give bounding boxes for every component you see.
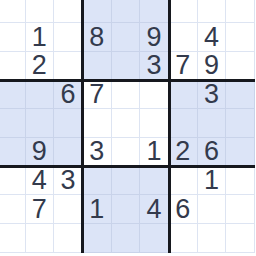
cell-r4c4[interactable]: 7 <box>83 81 112 110</box>
cell-r2c8[interactable]: 4 <box>198 23 227 52</box>
cell-r6c8[interactable]: 6 <box>198 138 227 167</box>
cell-r9c7[interactable] <box>169 224 198 253</box>
cell-r8c9[interactable] <box>226 195 255 224</box>
cell-r1c5[interactable] <box>112 0 141 23</box>
cell-r7c5[interactable] <box>112 167 141 196</box>
cell-r3c3[interactable] <box>54 52 83 81</box>
cell-r9c8[interactable] <box>198 224 227 253</box>
cell-r4c2[interactable] <box>26 81 55 110</box>
cell-r9c1[interactable] <box>0 224 26 253</box>
cell-r9c9[interactable] <box>226 224 255 253</box>
cell-r4c8[interactable]: 3 <box>198 81 227 110</box>
cell-r3c4[interactable] <box>83 52 112 81</box>
cell-r1c3[interactable] <box>54 0 83 23</box>
cell-r4c6[interactable] <box>140 81 169 110</box>
cell-r4c5[interactable] <box>112 81 141 110</box>
cell-r9c3[interactable] <box>54 224 83 253</box>
cell-r7c3[interactable]: 3 <box>54 167 83 196</box>
cell-r1c1[interactable] <box>0 0 26 23</box>
cell-r6c5[interactable] <box>112 138 141 167</box>
cell-r7c7[interactable] <box>169 167 198 196</box>
cell-r3c8[interactable]: 9 <box>198 52 227 81</box>
cell-r6c4[interactable]: 3 <box>83 138 112 167</box>
cell-r6c9[interactable] <box>226 138 255 167</box>
cell-r8c2[interactable]: 7 <box>26 195 55 224</box>
cell-r8c1[interactable] <box>0 195 26 224</box>
cell-r6c6[interactable]: 1 <box>140 138 169 167</box>
cell-r6c1[interactable] <box>0 138 26 167</box>
cell-r3c1[interactable] <box>0 52 26 81</box>
cell-r2c9[interactable] <box>226 23 255 52</box>
cell-r9c6[interactable] <box>140 224 169 253</box>
cell-r4c3[interactable]: 6 <box>54 81 83 110</box>
cell-r7c4[interactable] <box>83 167 112 196</box>
cell-r3c7[interactable]: 7 <box>169 52 198 81</box>
cell-r5c2[interactable] <box>26 109 55 138</box>
cell-r8c3[interactable] <box>54 195 83 224</box>
cell-r8c8[interactable] <box>198 195 227 224</box>
cell-r6c2[interactable]: 9 <box>26 138 55 167</box>
cell-r2c2[interactable]: 1 <box>26 23 55 52</box>
cell-r1c4[interactable] <box>83 0 112 23</box>
cell-r5c1[interactable] <box>0 109 26 138</box>
cell-r1c8[interactable] <box>198 0 227 23</box>
cell-r4c9[interactable] <box>226 81 255 110</box>
cell-r9c4[interactable] <box>83 224 112 253</box>
cell-r3c9[interactable] <box>226 52 255 81</box>
cell-r5c7[interactable] <box>169 109 198 138</box>
cell-r2c1[interactable] <box>0 23 26 52</box>
cell-r6c7[interactable]: 2 <box>169 138 198 167</box>
cell-r5c3[interactable] <box>54 109 83 138</box>
cell-r6c3[interactable] <box>54 138 83 167</box>
cell-r2c5[interactable] <box>112 23 141 52</box>
cell-r8c5[interactable] <box>112 195 141 224</box>
cell-r8c6[interactable]: 4 <box>140 195 169 224</box>
cell-r7c9[interactable] <box>226 167 255 196</box>
cell-r5c9[interactable] <box>226 109 255 138</box>
cell-r7c1[interactable] <box>0 167 26 196</box>
cell-r5c6[interactable] <box>140 109 169 138</box>
cell-r2c6[interactable]: 9 <box>140 23 169 52</box>
cell-r2c7[interactable] <box>169 23 198 52</box>
cell-r3c5[interactable] <box>112 52 141 81</box>
cell-r5c5[interactable] <box>112 109 141 138</box>
cell-r1c2[interactable] <box>26 0 55 23</box>
cell-r2c3[interactable] <box>54 23 83 52</box>
cell-r9c2[interactable] <box>26 224 55 253</box>
cell-r9c5[interactable] <box>112 224 141 253</box>
cell-r7c6[interactable] <box>140 167 169 196</box>
cell-r7c2[interactable]: 4 <box>26 167 55 196</box>
cell-r3c6[interactable]: 3 <box>140 52 169 81</box>
cell-r8c4[interactable]: 1 <box>83 195 112 224</box>
cell-r7c8[interactable]: 1 <box>198 167 227 196</box>
cell-r1c9[interactable] <box>226 0 255 23</box>
cell-r4c1[interactable] <box>0 81 26 110</box>
sudoku-viewport: 18942379673931264317146 <box>0 0 256 256</box>
cell-r4c7[interactable] <box>169 81 198 110</box>
cell-r1c7[interactable] <box>169 0 198 23</box>
cell-r5c8[interactable] <box>198 109 227 138</box>
cell-r2c4[interactable]: 8 <box>83 23 112 52</box>
cell-r5c4[interactable] <box>83 109 112 138</box>
sudoku-board: 18942379673931264317146 <box>0 0 255 253</box>
cell-r3c2[interactable]: 2 <box>26 52 55 81</box>
cell-r1c6[interactable] <box>140 0 169 23</box>
cell-r8c7[interactable]: 6 <box>169 195 198 224</box>
